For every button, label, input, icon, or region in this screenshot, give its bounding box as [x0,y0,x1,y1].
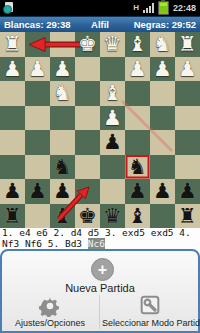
new-game-label[interactable]: Nueva Partida [2,282,198,294]
gear-icon [2,295,98,317]
phone-screen: H 22:48 Alfil Blancas: 29:38 Negras: 29:… [0,0,200,333]
square-e8[interactable]: ♚ [75,204,100,229]
menu-divider [99,295,100,329]
square-d4[interactable]: ♟ [100,106,125,131]
square-h5[interactable] [0,130,25,155]
black-knight-c6: ♞ [128,155,147,180]
square-h6[interactable] [0,155,25,180]
square-d7[interactable] [100,179,125,204]
square-d3[interactable]: ♝ [100,81,125,106]
move-line-2: Nf3 Nf6 5. Bd3 [2,238,88,249]
square-g6[interactable] [25,155,50,180]
black-clock: Negras: 29:52 [134,19,196,30]
black-rook-h8: ♜ [3,204,22,229]
square-g2[interactable]: ♟ [25,57,50,82]
square-e3[interactable] [75,81,100,106]
square-e4[interactable] [75,106,100,131]
white-pawn-f2: ♟ [53,57,72,82]
notification-icon [3,2,14,14]
white-pawn-b2: ♟ [153,57,172,82]
white-pawn-c2: ♟ [128,57,147,82]
square-b3[interactable] [150,81,175,106]
select-mode-label: Seleccionar Modo Partida [102,318,198,328]
white-rook-h1: ♜ [3,32,22,57]
square-b5[interactable] [150,130,175,155]
settings-label: Ajustes/Opciones [2,318,98,328]
wrench-mode-icon [102,295,198,317]
square-h8[interactable]: ♜ [0,204,25,229]
black-rook-a8: ♜ [178,204,197,229]
square-g8[interactable] [25,204,50,229]
white-pawn-d4: ♟ [103,106,122,131]
square-e5[interactable] [75,130,100,155]
square-a1[interactable]: ♜ [175,32,200,57]
black-pawn-h7: ♟ [3,179,22,204]
square-e1[interactable]: ♚ [75,32,100,57]
black-knight-f6: ♞ [53,155,72,180]
square-c5[interactable] [125,130,150,155]
square-c3[interactable] [125,81,150,106]
square-h7[interactable]: ♟ [0,179,25,204]
square-h1[interactable]: ♜ [0,32,25,57]
white-bishop-c1: ♝ [128,32,147,57]
square-d1[interactable]: ♛ [100,32,125,57]
square-a2[interactable]: ♟ [175,57,200,82]
plus-icon: + [98,262,107,278]
square-f5[interactable] [50,130,75,155]
square-d6[interactable] [100,155,125,180]
black-pawn-c7: ♟ [128,179,147,204]
black-pawn-g7: ♟ [28,179,47,204]
square-f2[interactable]: ♟ [50,57,75,82]
square-f3[interactable]: ♞ [50,81,75,106]
white-king-e1: ♚ [78,32,97,57]
square-c4[interactable] [125,106,150,131]
settings-button[interactable]: Ajustes/Opciones [2,295,98,333]
white-pawn-a2: ♟ [178,57,197,82]
square-b2[interactable]: ♟ [150,57,175,82]
black-king-e8: ♚ [78,204,97,229]
square-f8[interactable]: ♝ [50,204,75,229]
move-line-1: 1. e4 e6 2. d4 d5 3. exd5 exd5 4. [2,227,191,238]
square-a3[interactable] [175,81,200,106]
square-a5[interactable] [175,130,200,155]
square-b6[interactable] [150,155,175,180]
square-a6[interactable] [175,155,200,180]
square-f4[interactable] [50,106,75,131]
selected-move[interactable]: Nc6 [88,238,105,249]
white-knight-f3: ♞ [53,81,72,106]
black-pawn-b7: ♟ [153,179,172,204]
status-clock: 22:48 [173,3,198,13]
white-pawn-g2: ♟ [28,57,47,82]
square-g7[interactable]: ♟ [25,179,50,204]
square-d8[interactable]: ♛ [100,204,125,229]
square-g5[interactable] [25,130,50,155]
white-pawn-h2: ♟ [3,57,22,82]
square-c2[interactable]: ♟ [125,57,150,82]
square-f1[interactable] [50,32,75,57]
square-c7[interactable]: ♟ [125,179,150,204]
status-bar: H 22:48 [0,0,200,16]
square-a8[interactable]: ♜ [175,204,200,229]
square-g1[interactable] [25,32,50,57]
move-list[interactable]: 1. e4 e6 2. d4 d5 3. exd5 exd5 4.Nf3 Nf6… [0,228,200,249]
black-queen-d8: ♛ [103,204,122,229]
select-mode-button[interactable]: Seleccionar Modo Partida [102,295,198,333]
black-bishop-c8: ♝ [128,204,147,229]
black-pawn-d5: ♟ [103,130,122,155]
white-rook-a1: ♜ [178,32,197,57]
white-clock: Blancas: 29:38 [4,19,71,30]
square-b8[interactable] [150,204,175,229]
square-g4[interactable] [25,106,50,131]
square-a4[interactable] [175,106,200,131]
white-queen-d1: ♛ [103,32,122,57]
square-h4[interactable] [0,106,25,131]
square-d2[interactable] [100,57,125,82]
battery-icon [158,1,169,15]
white-knight-b1: ♞ [153,32,172,57]
square-g3[interactable] [25,81,50,106]
square-e2[interactable] [75,57,100,82]
game-menu-panel: + Nueva Partida Ajustes/Opciones Selec [0,249,200,333]
square-d5[interactable]: ♟ [100,130,125,155]
black-pawn-f7: ♟ [53,179,72,204]
white-bishop-d3: ♝ [103,81,122,106]
square-b7[interactable]: ♟ [150,179,175,204]
signal-icon [143,3,154,13]
title-bar: Alfil Blancas: 29:38 Negras: 29:52 [0,16,200,32]
chess-board[interactable]: ♜♚♛♝♞♜♟♟♟♟♟♟♞♝♟♟♞♞♟♟♟♟♟♟♜♝♚♛♝♜ [0,32,200,228]
square-b4[interactable] [150,106,175,131]
square-h2[interactable]: ♟ [0,57,25,82]
square-f6[interactable]: ♞ [50,155,75,180]
hspa-icon: H [133,4,139,12]
square-a7[interactable]: ♟ [175,179,200,204]
square-c8[interactable]: ♝ [125,204,150,229]
square-h3[interactable] [0,81,25,106]
new-game-button[interactable]: + [91,258,114,281]
square-e6[interactable] [75,155,100,180]
square-b1[interactable]: ♞ [150,32,175,57]
black-pawn-a7: ♟ [178,179,197,204]
square-c6[interactable]: ♞ [125,155,150,180]
square-c1[interactable]: ♝ [125,32,150,57]
black-bishop-f8: ♝ [53,204,72,229]
square-e7[interactable] [75,179,100,204]
square-f7[interactable]: ♟ [50,179,75,204]
